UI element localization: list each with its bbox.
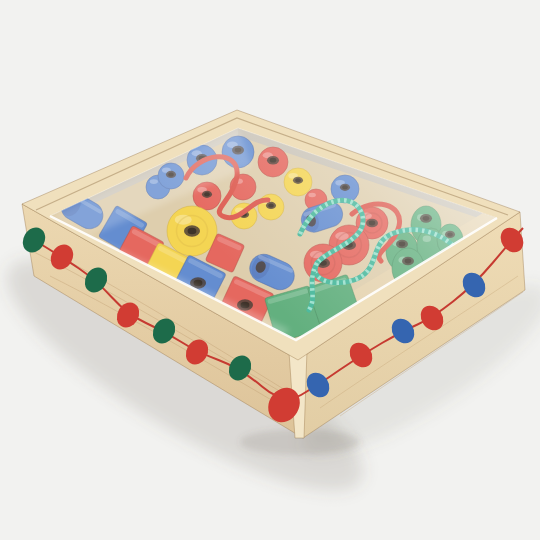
product-photo xyxy=(0,0,540,540)
toy-box-scene xyxy=(0,0,540,540)
